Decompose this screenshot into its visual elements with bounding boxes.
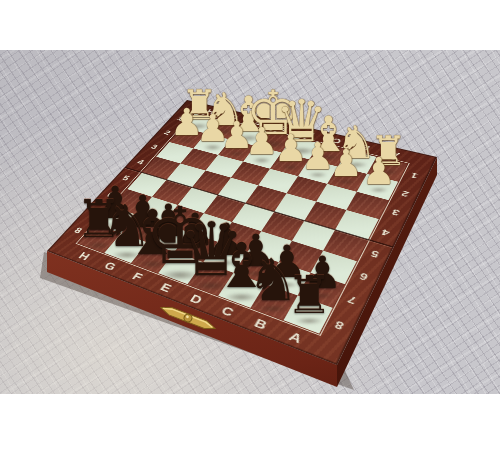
front-file-label: G	[102, 259, 119, 273]
product-photo: HGFEDCBA1122334455667788HGFEDCBA ♜♞♝♚♛♝♞…	[0, 0, 500, 450]
left-rank-label: 7	[89, 207, 101, 216]
left-rank-label: 4	[135, 158, 146, 166]
far-file-label: E	[278, 124, 289, 132]
front-file-label: C	[219, 303, 237, 319]
right-rank-label: 4	[380, 227, 391, 238]
left-rank-label: 6	[105, 190, 117, 199]
right-rank-label: 5	[369, 248, 381, 260]
right-rank-label: 6	[358, 270, 370, 282]
left-rank-label: 1	[175, 115, 185, 122]
right-rank-label: 1	[409, 171, 419, 180]
far-file-label: H	[205, 108, 216, 115]
far-file-label: C	[331, 137, 343, 145]
front-file-label: H	[76, 249, 93, 262]
far-file-label: B	[360, 143, 372, 152]
front-file-label: F	[130, 269, 146, 282]
far-file-label: G	[228, 113, 240, 121]
left-rank-label: 5	[120, 174, 131, 183]
far-file-label: A	[389, 150, 401, 159]
front-file-label: E	[158, 280, 175, 294]
right-rank-label: 2	[400, 189, 411, 199]
brass-clasp-icon[interactable]	[157, 306, 219, 330]
left-rank-label: 2	[162, 129, 172, 136]
left-rank-label: 8	[72, 225, 84, 235]
right-rank-label: 8	[333, 319, 346, 333]
front-file-label: D	[188, 291, 206, 306]
far-file-label: D	[304, 130, 316, 138]
far-file-label: F	[253, 119, 263, 126]
right-rank-label: 3	[390, 208, 401, 218]
left-rank-label: 3	[149, 143, 160, 151]
right-rank-label: 7	[346, 294, 359, 307]
front-file-label: A	[287, 328, 305, 345]
front-file-label: B	[252, 315, 270, 331]
